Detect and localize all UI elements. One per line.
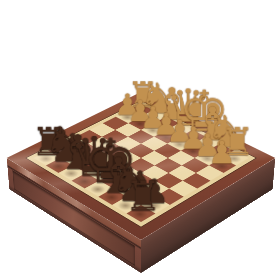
board-top: ♜♞♝♛♚♝♞♜♟♟♟♟♟♟♟♟♟♟♟♟♟♟♟♟♜♞♝♛♚♝♞♜ [7, 92, 276, 240]
square-h8[interactable]: ♜ [126, 205, 155, 222]
black-rook-icon: ♜ [125, 175, 146, 216]
black-rook[interactable]: ♜ [126, 205, 155, 222]
chess-set-photo: ♜♞♝♛♚♝♞♜♟♟♟♟♟♟♟♟♟♟♟♟♟♟♟♟♜♞♝♛♚♝♞♜ [0, 0, 280, 280]
white-pawn-icon: ♟ [208, 137, 227, 168]
